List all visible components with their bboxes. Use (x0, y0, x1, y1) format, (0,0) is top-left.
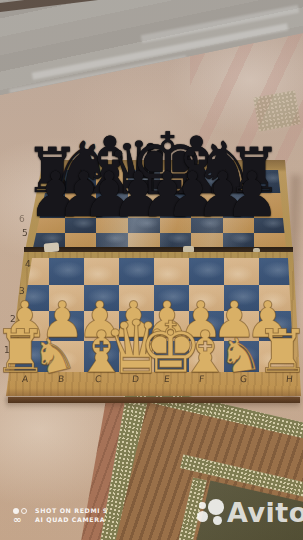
square-c7 (96, 193, 128, 218)
square-d6 (128, 218, 160, 233)
square-g6 (223, 218, 255, 233)
paint-chip (44, 242, 60, 252)
watermark-line1: SHOT ON REDMI 9 (35, 507, 108, 514)
rank-label-4: 4 (25, 259, 31, 269)
board-front-edge (8, 397, 300, 403)
square-g1 (224, 341, 259, 372)
redmi-logo-icon: ∞ (13, 515, 21, 525)
square-c8 (96, 170, 128, 193)
square-b8 (65, 170, 97, 193)
board-squares-far (33, 170, 286, 248)
square-c4 (84, 258, 119, 285)
photo-scene: ABCDEFGH123456 ♜♞♝♛♚♝♞♜♟♟♟♟♟♟♟♟♟♟♟♟♟♟♟♟♜… (0, 0, 303, 540)
square-b3 (49, 285, 84, 311)
square-a1 (14, 341, 49, 372)
square-g7 (223, 193, 255, 218)
square-e3 (154, 285, 189, 311)
avito-dots-icon (199, 502, 206, 509)
square-g2 (224, 311, 259, 341)
square-g4 (224, 258, 259, 285)
square-c6 (96, 218, 128, 233)
square-g5 (223, 233, 255, 248)
square-b4 (49, 258, 84, 285)
square-h2 (259, 311, 294, 341)
square-f4 (189, 258, 224, 285)
avito-dots-icon (213, 516, 222, 525)
square-h1 (259, 341, 294, 372)
square-c5 (96, 233, 128, 248)
square-c3 (84, 285, 119, 311)
square-b6 (65, 218, 97, 233)
square-g8 (223, 170, 255, 193)
square-d3 (119, 285, 154, 311)
baseboard-shadow (0, 0, 141, 13)
file-label-b: B (57, 374, 64, 384)
square-d1 (119, 341, 154, 372)
square-c1 (84, 341, 119, 372)
tile-ornament-faint (253, 91, 300, 132)
square-e2 (154, 311, 189, 341)
file-label-f: F (198, 374, 204, 384)
square-b1 (49, 341, 84, 372)
watermark-line2: AI QUAD CAMERA (35, 516, 105, 523)
square-e6 (160, 218, 192, 233)
board-squares-near (14, 258, 294, 372)
redmi-logo-icon (21, 508, 27, 514)
square-g3 (224, 285, 259, 311)
square-d5 (128, 233, 160, 248)
square-c2 (84, 311, 119, 341)
square-b5 (65, 233, 97, 248)
rank-label-6: 6 (19, 214, 25, 224)
square-d4 (119, 258, 154, 285)
rank-label-3: 3 (19, 286, 25, 296)
rank-label-1: 1 (4, 345, 10, 355)
square-f8 (191, 170, 223, 193)
square-b7 (65, 193, 97, 218)
file-label-a: A (21, 374, 28, 384)
paint-chip (183, 246, 194, 253)
square-f1 (189, 341, 224, 372)
file-label-e: E (163, 374, 170, 384)
square-e1 (154, 341, 189, 372)
square-b2 (49, 311, 84, 341)
rank-label-5: 5 (22, 228, 28, 238)
square-f3 (189, 285, 224, 311)
square-d8 (128, 170, 160, 193)
square-e7 (160, 193, 192, 218)
square-f7 (191, 193, 223, 218)
square-f6 (191, 218, 223, 233)
square-h3 (259, 285, 294, 311)
square-e4 (154, 258, 189, 285)
square-d7 (128, 193, 160, 218)
file-label-d: D (131, 374, 139, 384)
avito-dots-icon (208, 499, 224, 515)
rank-label-2: 2 (10, 314, 16, 324)
square-f2 (189, 311, 224, 341)
camera-watermark: ∞ SHOT ON REDMI 9 AI QUAD CAMERA (13, 506, 133, 534)
avito-watermark: Avito (196, 497, 301, 537)
square-d2 (119, 311, 154, 341)
file-label-g: G (239, 374, 247, 384)
square-f5 (191, 233, 223, 248)
file-label-c: C (94, 374, 101, 384)
square-e8 (160, 170, 192, 193)
square-h5 (254, 233, 286, 248)
square-h6 (254, 218, 286, 233)
avito-logo-text: Avito (227, 497, 303, 528)
file-label-h: H (285, 374, 293, 384)
avito-dots-icon (197, 511, 208, 522)
